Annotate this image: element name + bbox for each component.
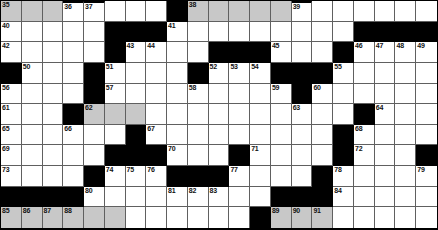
cell-r9c1[interactable]: 73 bbox=[1, 166, 22, 187]
cell-r11c4[interactable]: 88 bbox=[63, 207, 84, 228]
cell-r6c14[interactable] bbox=[271, 104, 292, 125]
cell-r11c16[interactable]: 91 bbox=[312, 207, 333, 228]
cell-r3c8[interactable]: 44 bbox=[146, 42, 167, 63]
clue-number: 64 bbox=[376, 104, 383, 112]
cell-r8c7 bbox=[126, 145, 147, 166]
clue-number: 46 bbox=[355, 42, 362, 50]
cell-r5c9[interactable] bbox=[167, 84, 188, 105]
cell-r5c2[interactable] bbox=[22, 84, 43, 105]
cell-r4c6[interactable]: 51 bbox=[105, 63, 126, 84]
clue-number: 78 bbox=[334, 166, 341, 174]
cell-r7c17 bbox=[333, 125, 354, 146]
cell-r1c16[interactable] bbox=[312, 1, 333, 22]
cell-r9c20[interactable] bbox=[395, 166, 416, 187]
cell-r9c15[interactable] bbox=[292, 166, 313, 187]
clue-number: 59 bbox=[272, 84, 279, 92]
clue-number: 76 bbox=[147, 166, 154, 174]
cell-r1c17[interactable] bbox=[333, 1, 354, 22]
cell-r5c7[interactable] bbox=[126, 84, 147, 105]
cell-r6c1[interactable]: 61 bbox=[1, 104, 22, 125]
cell-r9c11 bbox=[209, 166, 230, 187]
cell-r2c13[interactable] bbox=[250, 22, 271, 43]
cell-r7c19[interactable] bbox=[375, 125, 396, 146]
cell-r6c21[interactable] bbox=[416, 104, 437, 125]
cell-r1c5[interactable]: 37 bbox=[84, 1, 105, 22]
cell-r10c21[interactable] bbox=[416, 187, 437, 208]
cell-r2c5[interactable] bbox=[84, 22, 105, 43]
cell-r6c3[interactable] bbox=[43, 104, 64, 125]
cell-r2c18 bbox=[354, 22, 375, 43]
cell-r5c12[interactable] bbox=[229, 84, 250, 105]
clue-number: 90 bbox=[293, 207, 300, 215]
cell-r4c17[interactable]: 55 bbox=[333, 63, 354, 84]
cell-r2c11[interactable] bbox=[209, 22, 230, 43]
cell-r3c6 bbox=[105, 42, 126, 63]
cell-r4c13[interactable]: 54 bbox=[250, 63, 271, 84]
clue-number: 51 bbox=[106, 63, 113, 71]
cell-r2c8 bbox=[146, 22, 167, 43]
cell-r6c5[interactable]: 62 bbox=[84, 104, 105, 125]
cell-r6c13[interactable] bbox=[250, 104, 271, 125]
cell-r2c21 bbox=[416, 22, 437, 43]
clue-number: 36 bbox=[64, 3, 71, 11]
cell-r7c20[interactable] bbox=[395, 125, 416, 146]
clue-number: 79 bbox=[417, 166, 424, 174]
cell-r4c11[interactable]: 52 bbox=[209, 63, 230, 84]
cell-r2c10[interactable] bbox=[188, 22, 209, 43]
cell-r9c14[interactable] bbox=[271, 166, 292, 187]
cell-r4c2[interactable]: 50 bbox=[22, 63, 43, 84]
cell-r2c4[interactable] bbox=[63, 22, 84, 43]
cell-r11c12[interactable] bbox=[229, 207, 250, 228]
cell-r11c14[interactable]: 89 bbox=[271, 207, 292, 228]
cell-r2c2[interactable] bbox=[22, 22, 43, 43]
cell-r5c17[interactable] bbox=[333, 84, 354, 105]
cell-r1c15[interactable]: 39 bbox=[292, 1, 313, 22]
clue-number: 82 bbox=[189, 187, 196, 195]
cell-r2c3[interactable] bbox=[43, 22, 64, 43]
cell-r11c17[interactable] bbox=[333, 207, 354, 228]
cell-r4c9[interactable] bbox=[167, 63, 188, 84]
cell-r10c5[interactable]: 80 bbox=[84, 187, 105, 208]
cell-r5c18[interactable] bbox=[354, 84, 375, 105]
clue-number: 53 bbox=[230, 63, 237, 71]
cell-r8c1[interactable]: 69 bbox=[1, 145, 22, 166]
cell-r8c2[interactable] bbox=[22, 145, 43, 166]
clue-number: 38 bbox=[189, 1, 196, 9]
clue-number: 70 bbox=[168, 145, 175, 153]
cell-r10c1 bbox=[1, 187, 22, 208]
cell-r2c9[interactable]: 41 bbox=[167, 22, 188, 43]
cell-r8c20[interactable] bbox=[395, 145, 416, 166]
cell-r10c14 bbox=[271, 187, 292, 208]
cell-r1c10[interactable]: 38 bbox=[188, 1, 209, 22]
cell-r8c17 bbox=[333, 145, 354, 166]
cell-r8c10[interactable] bbox=[188, 145, 209, 166]
clue-number: 57 bbox=[106, 84, 113, 92]
clue-number: 67 bbox=[147, 125, 154, 133]
cell-r5c3[interactable] bbox=[43, 84, 64, 105]
cell-r4c15 bbox=[292, 63, 313, 84]
clue-number: 35 bbox=[2, 1, 9, 9]
cell-r1c4[interactable]: 36 bbox=[63, 1, 84, 22]
cell-r7c3[interactable] bbox=[43, 125, 64, 146]
clue-number: 77 bbox=[230, 166, 237, 174]
cell-r7c13[interactable] bbox=[250, 125, 271, 146]
cell-r9c10 bbox=[188, 166, 209, 187]
cell-r3c16[interactable] bbox=[312, 42, 333, 63]
cell-r7c14[interactable] bbox=[271, 125, 292, 146]
cell-r3c1[interactable]: 42 bbox=[1, 42, 22, 63]
clue-number: 89 bbox=[272, 207, 279, 215]
crossword-grid: 3536373839404142434445464748495051525354… bbox=[0, 0, 438, 230]
clue-number: 85 bbox=[2, 207, 9, 215]
clue-number: 39 bbox=[293, 3, 300, 11]
cell-r3c3[interactable] bbox=[43, 42, 64, 63]
cell-r8c9[interactable]: 70 bbox=[167, 145, 188, 166]
clue-number: 81 bbox=[168, 187, 175, 195]
cell-r10c9[interactable]: 81 bbox=[167, 187, 188, 208]
cell-r10c12[interactable] bbox=[229, 187, 250, 208]
cell-r5c4[interactable] bbox=[63, 84, 84, 105]
cell-r1c1[interactable]: 35 bbox=[1, 1, 22, 22]
cell-r4c4[interactable] bbox=[63, 63, 84, 84]
cell-r3c7[interactable]: 43 bbox=[126, 42, 147, 63]
cell-r1c20[interactable] bbox=[395, 1, 416, 22]
cell-r6c20[interactable] bbox=[395, 104, 416, 125]
clue-number: 75 bbox=[127, 166, 134, 174]
cell-r1c19[interactable] bbox=[375, 1, 396, 22]
cell-r10c8[interactable] bbox=[146, 187, 167, 208]
cell-r9c2[interactable] bbox=[22, 166, 43, 187]
cell-r6c11[interactable] bbox=[209, 104, 230, 125]
cell-r7c6[interactable] bbox=[105, 125, 126, 146]
cell-r11c21[interactable] bbox=[416, 207, 437, 228]
cell-r4c3[interactable] bbox=[43, 63, 64, 84]
cell-r4c21[interactable] bbox=[416, 63, 437, 84]
cell-r8c19[interactable] bbox=[375, 145, 396, 166]
cell-r9c6[interactable]: 74 bbox=[105, 166, 126, 187]
clue-number: 58 bbox=[189, 84, 196, 92]
cell-r9c17[interactable]: 78 bbox=[333, 166, 354, 187]
cell-r7c1[interactable]: 65 bbox=[1, 125, 22, 146]
cell-r1c3[interactable] bbox=[43, 1, 64, 22]
cell-r5c8[interactable] bbox=[146, 84, 167, 105]
cell-r4c19[interactable] bbox=[375, 63, 396, 84]
cell-r9c3[interactable] bbox=[43, 166, 64, 187]
clue-number: 48 bbox=[396, 42, 403, 50]
cell-r7c15[interactable] bbox=[292, 125, 313, 146]
cell-r4c12[interactable]: 53 bbox=[229, 63, 250, 84]
cell-r4c8[interactable] bbox=[146, 63, 167, 84]
cell-r8c14[interactable] bbox=[271, 145, 292, 166]
cell-r8c6 bbox=[105, 145, 126, 166]
cell-r8c18[interactable]: 72 bbox=[354, 145, 375, 166]
cell-r10c13[interactable] bbox=[250, 187, 271, 208]
cell-r1c18[interactable] bbox=[354, 1, 375, 22]
cell-r4c5 bbox=[84, 63, 105, 84]
cell-r7c18[interactable]: 68 bbox=[354, 125, 375, 146]
clue-number: 37 bbox=[85, 3, 92, 11]
cell-r9c12[interactable]: 77 bbox=[229, 166, 250, 187]
clue-number: 80 bbox=[85, 187, 92, 195]
clue-number: 65 bbox=[2, 125, 9, 133]
cell-r7c12[interactable] bbox=[229, 125, 250, 146]
cell-r9c9 bbox=[167, 166, 188, 187]
cell-r11c9[interactable] bbox=[167, 207, 188, 228]
cell-r3c13 bbox=[250, 42, 271, 63]
cell-r6c12[interactable] bbox=[229, 104, 250, 125]
cell-r2c16[interactable] bbox=[312, 22, 333, 43]
cell-r11c19[interactable] bbox=[375, 207, 396, 228]
clue-number: 43 bbox=[127, 42, 134, 50]
clue-number: 61 bbox=[2, 104, 9, 112]
cell-r3c2[interactable] bbox=[22, 42, 43, 63]
cell-r4c14 bbox=[271, 63, 292, 84]
cell-r7c21[interactable] bbox=[416, 125, 437, 146]
cell-r7c2[interactable] bbox=[22, 125, 43, 146]
cell-r8c12 bbox=[229, 145, 250, 166]
cell-r2c15[interactable] bbox=[292, 22, 313, 43]
cell-r2c1[interactable]: 40 bbox=[1, 22, 22, 43]
cell-r4c20[interactable] bbox=[395, 63, 416, 84]
cell-r5c20[interactable] bbox=[395, 84, 416, 105]
clue-number: 71 bbox=[251, 145, 258, 153]
cell-r9c21[interactable]: 79 bbox=[416, 166, 437, 187]
cell-r1c12[interactable] bbox=[229, 1, 250, 22]
cell-r3c4[interactable] bbox=[63, 42, 84, 63]
cell-r7c7 bbox=[126, 125, 147, 146]
cell-r3c10[interactable] bbox=[188, 42, 209, 63]
cell-r11c13 bbox=[250, 207, 271, 228]
clue-number: 54 bbox=[251, 63, 258, 71]
clue-number: 84 bbox=[334, 187, 341, 195]
cell-r1c13[interactable] bbox=[250, 1, 271, 22]
cell-r11c5[interactable] bbox=[84, 207, 105, 228]
cell-r10c11[interactable]: 83 bbox=[209, 187, 230, 208]
cell-r1c14[interactable] bbox=[271, 1, 292, 22]
cell-r3c5[interactable] bbox=[84, 42, 105, 63]
cell-r6c10[interactable] bbox=[188, 104, 209, 125]
cell-r4c7[interactable] bbox=[126, 63, 147, 84]
cell-r6c18 bbox=[354, 104, 375, 125]
cell-r3c21[interactable]: 49 bbox=[416, 42, 437, 63]
cell-r11c8[interactable] bbox=[146, 207, 167, 228]
cell-r8c3[interactable] bbox=[43, 145, 64, 166]
clue-number: 91 bbox=[313, 207, 320, 215]
cell-r6c6[interactable] bbox=[105, 104, 126, 125]
cell-r8c13[interactable]: 71 bbox=[250, 145, 271, 166]
cell-r5c15 bbox=[292, 84, 313, 105]
clue-number: 49 bbox=[417, 42, 424, 50]
clue-number: 74 bbox=[106, 166, 113, 174]
cell-r5c19[interactable] bbox=[375, 84, 396, 105]
cell-r7c8[interactable]: 67 bbox=[146, 125, 167, 146]
cell-r6c15[interactable]: 63 bbox=[292, 104, 313, 125]
clue-number: 45 bbox=[272, 42, 279, 50]
cell-r9c8[interactable]: 76 bbox=[146, 166, 167, 187]
cell-r10c4 bbox=[63, 187, 84, 208]
cell-r4c10 bbox=[188, 63, 209, 84]
cell-r3c17 bbox=[333, 42, 354, 63]
cell-r5c5 bbox=[84, 84, 105, 105]
cell-r5c10[interactable]: 58 bbox=[188, 84, 209, 105]
cell-r11c3[interactable]: 87 bbox=[43, 207, 64, 228]
cell-r6c8[interactable] bbox=[146, 104, 167, 125]
cell-r10c3 bbox=[43, 187, 64, 208]
clue-number: 55 bbox=[334, 63, 341, 71]
cell-r1c6[interactable] bbox=[105, 1, 126, 22]
clue-number: 87 bbox=[44, 207, 51, 215]
cell-r1c11[interactable] bbox=[209, 1, 230, 22]
cell-r9c13[interactable] bbox=[250, 166, 271, 187]
cell-r9c7[interactable]: 75 bbox=[126, 166, 147, 187]
cell-r11c1[interactable]: 85 bbox=[1, 207, 22, 228]
cell-r4c18[interactable] bbox=[354, 63, 375, 84]
cell-r10c10[interactable]: 82 bbox=[188, 187, 209, 208]
cell-r2c19 bbox=[375, 22, 396, 43]
clue-number: 72 bbox=[355, 145, 362, 153]
cell-r8c8 bbox=[146, 145, 167, 166]
cell-r8c16[interactable] bbox=[312, 145, 333, 166]
cell-r6c19[interactable]: 64 bbox=[375, 104, 396, 125]
cell-r7c5[interactable] bbox=[84, 125, 105, 146]
clue-number: 44 bbox=[147, 42, 154, 50]
cell-r2c7 bbox=[126, 22, 147, 43]
cell-r7c16[interactable] bbox=[312, 125, 333, 146]
cell-r2c17[interactable] bbox=[333, 22, 354, 43]
cell-r7c4[interactable]: 66 bbox=[63, 125, 84, 146]
cell-r11c15[interactable]: 90 bbox=[292, 207, 313, 228]
cell-r11c7[interactable] bbox=[126, 207, 147, 228]
cell-r10c17[interactable]: 84 bbox=[333, 187, 354, 208]
cell-r2c12[interactable] bbox=[229, 22, 250, 43]
cell-r5c1[interactable]: 56 bbox=[1, 84, 22, 105]
cell-r9c5 bbox=[84, 166, 105, 187]
cell-r11c2[interactable]: 86 bbox=[22, 207, 43, 228]
cell-r2c20 bbox=[395, 22, 416, 43]
cell-r6c2[interactable] bbox=[22, 104, 43, 125]
cell-r4c16 bbox=[312, 63, 333, 84]
cell-r7c11[interactable] bbox=[209, 125, 230, 146]
cell-r8c5[interactable] bbox=[84, 145, 105, 166]
cell-r6c17[interactable] bbox=[333, 104, 354, 125]
clue-number: 40 bbox=[2, 22, 9, 30]
cell-r3c9[interactable] bbox=[167, 42, 188, 63]
cell-r2c14[interactable] bbox=[271, 22, 292, 43]
clue-number: 47 bbox=[376, 42, 383, 50]
cell-r1c2[interactable] bbox=[22, 1, 43, 22]
cell-r10c20[interactable] bbox=[395, 187, 416, 208]
cell-r7c10[interactable] bbox=[188, 125, 209, 146]
cell-r5c21[interactable] bbox=[416, 84, 437, 105]
cell-r11c18[interactable] bbox=[354, 207, 375, 228]
clue-number: 60 bbox=[313, 84, 320, 92]
cell-r1c21[interactable] bbox=[416, 1, 437, 22]
cell-r3c11 bbox=[209, 42, 230, 63]
cell-r10c16 bbox=[312, 187, 333, 208]
cell-r3c15[interactable] bbox=[292, 42, 313, 63]
cell-r11c10[interactable] bbox=[188, 207, 209, 228]
cell-r8c4[interactable] bbox=[63, 145, 84, 166]
cell-r11c20[interactable] bbox=[395, 207, 416, 228]
cell-r7c9[interactable] bbox=[167, 125, 188, 146]
cell-r9c16 bbox=[312, 166, 333, 187]
clue-number: 73 bbox=[2, 166, 9, 174]
cell-r1c8[interactable] bbox=[146, 1, 167, 22]
cell-r5c11[interactable] bbox=[209, 84, 230, 105]
clue-number: 56 bbox=[2, 84, 9, 92]
cell-r10c15 bbox=[292, 187, 313, 208]
cell-r5c13[interactable] bbox=[250, 84, 271, 105]
cell-r9c18[interactable] bbox=[354, 166, 375, 187]
cell-r3c14[interactable]: 45 bbox=[271, 42, 292, 63]
cell-r9c19[interactable] bbox=[375, 166, 396, 187]
cell-r5c6[interactable]: 57 bbox=[105, 84, 126, 105]
clue-number: 52 bbox=[210, 63, 217, 71]
clue-number: 41 bbox=[168, 22, 175, 30]
cell-r8c21 bbox=[416, 145, 437, 166]
cell-r10c7[interactable] bbox=[126, 187, 147, 208]
cell-r5c16[interactable]: 60 bbox=[312, 84, 333, 105]
cell-r9c4[interactable] bbox=[63, 166, 84, 187]
cell-r11c6[interactable] bbox=[105, 207, 126, 228]
cell-r3c20[interactable]: 48 bbox=[395, 42, 416, 63]
clue-number: 83 bbox=[210, 187, 217, 195]
cell-r10c19[interactable] bbox=[375, 187, 396, 208]
clue-number: 88 bbox=[64, 207, 71, 215]
clue-number: 50 bbox=[23, 63, 30, 71]
cell-r2c6 bbox=[105, 22, 126, 43]
cell-r6c16[interactable] bbox=[312, 104, 333, 125]
cell-r11c11[interactable] bbox=[209, 207, 230, 228]
clue-number: 86 bbox=[23, 207, 30, 215]
cell-r10c6[interactable] bbox=[105, 187, 126, 208]
clue-number: 42 bbox=[2, 42, 9, 50]
clue-number: 69 bbox=[2, 145, 9, 153]
cell-r6c9[interactable] bbox=[167, 104, 188, 125]
clue-number: 63 bbox=[293, 104, 300, 112]
cell-r8c11[interactable] bbox=[209, 145, 230, 166]
cell-r6c4 bbox=[63, 104, 84, 125]
cell-r10c2 bbox=[22, 187, 43, 208]
cell-r4c1 bbox=[1, 63, 22, 84]
clue-number: 62 bbox=[85, 104, 92, 112]
cell-r3c19[interactable]: 47 bbox=[375, 42, 396, 63]
clue-number: 68 bbox=[355, 125, 362, 133]
cell-r10c18[interactable] bbox=[354, 187, 375, 208]
cell-r5c14[interactable]: 59 bbox=[271, 84, 292, 105]
cell-r1c9 bbox=[167, 1, 188, 22]
cell-r8c15[interactable] bbox=[292, 145, 313, 166]
cell-r1c7[interactable] bbox=[126, 1, 147, 22]
cell-r3c12 bbox=[229, 42, 250, 63]
clue-number: 66 bbox=[64, 125, 71, 133]
cell-r6c7[interactable] bbox=[126, 104, 147, 125]
cell-r3c18[interactable]: 46 bbox=[354, 42, 375, 63]
